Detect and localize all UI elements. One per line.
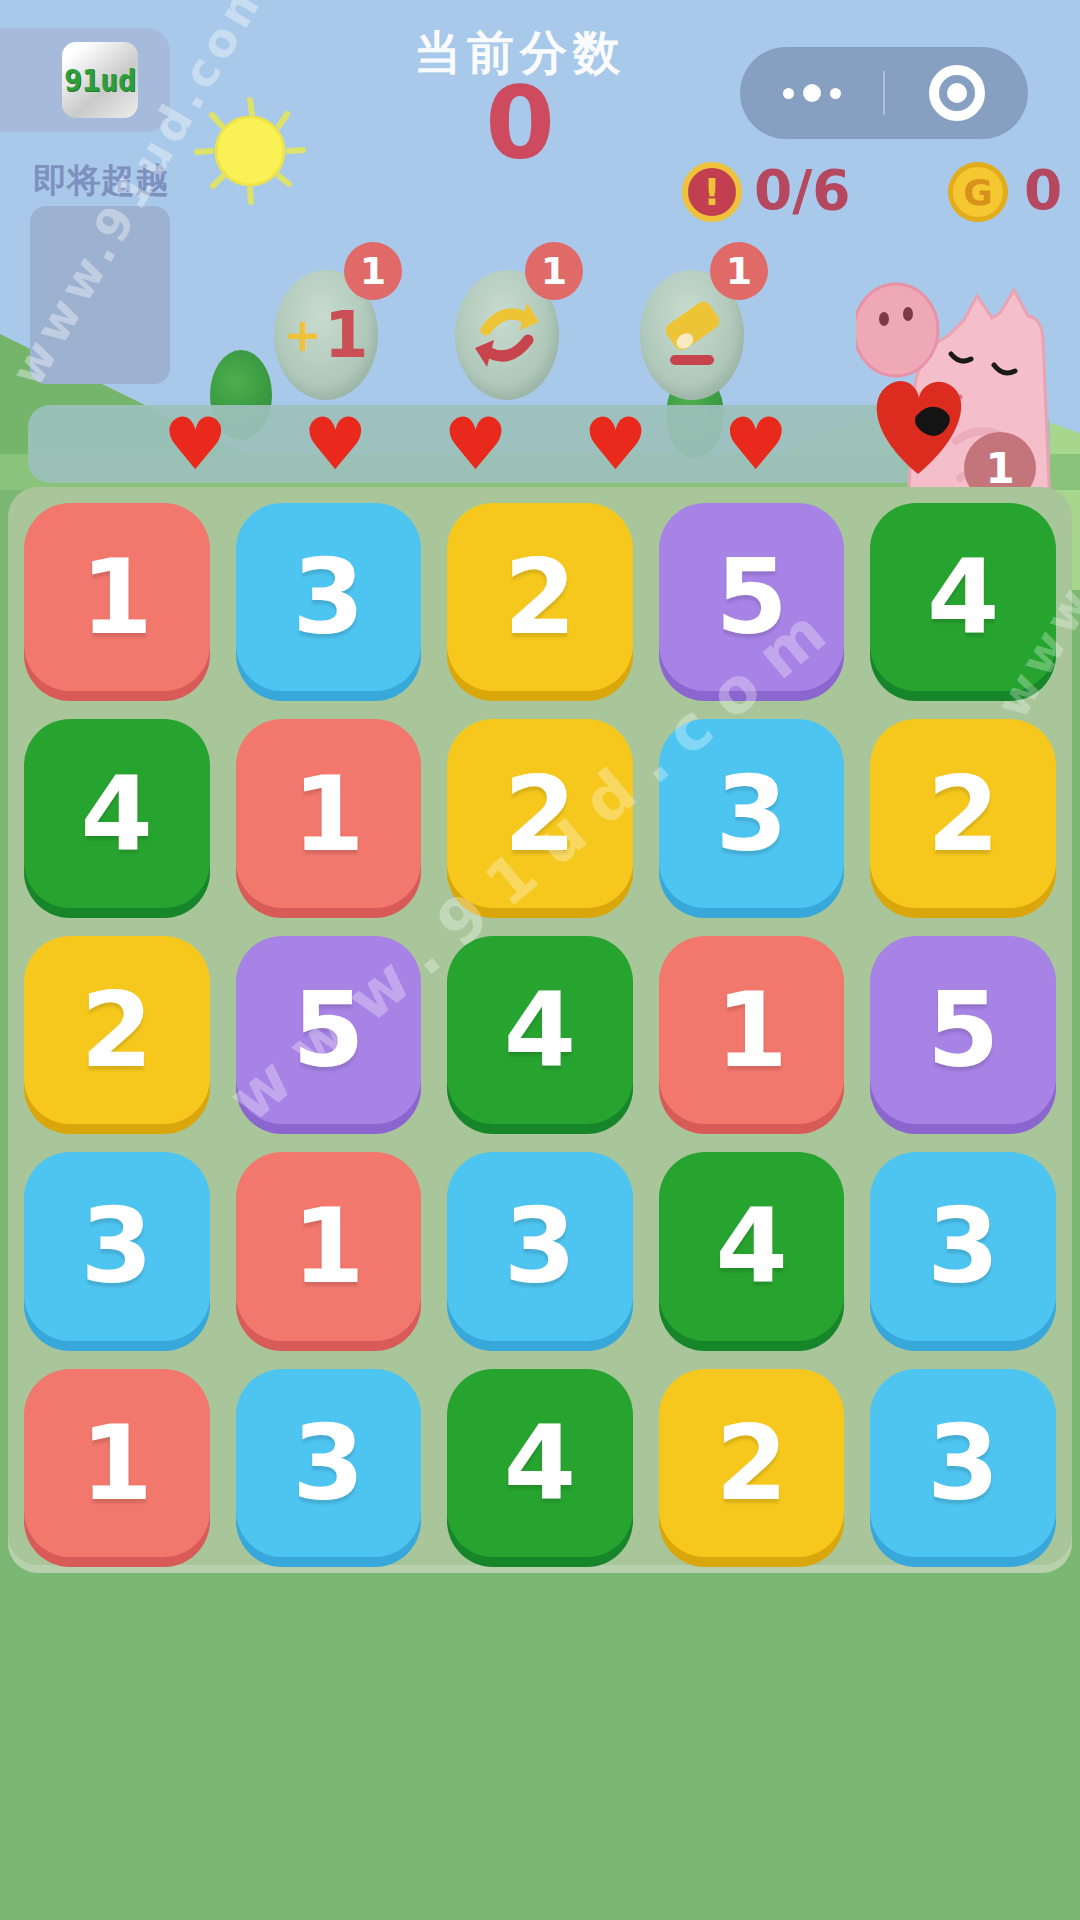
tile-r2c2[interactable]: 1	[236, 719, 422, 907]
powerup-count-badge: 1	[344, 242, 402, 300]
minigame-capsule	[740, 47, 1028, 139]
board-grid: 1325441232254153134313423	[24, 503, 1056, 1557]
tile-r4c2[interactable]: 1	[236, 1152, 422, 1340]
more-dots-icon[interactable]	[740, 47, 883, 139]
tile-r4c3[interactable]: 3	[447, 1152, 633, 1340]
tile-r1c5[interactable]: 4	[870, 503, 1056, 691]
tile-r4c1[interactable]: 3	[24, 1152, 210, 1340]
target-circle-icon[interactable]	[885, 47, 1028, 139]
eraser-icon	[656, 299, 728, 371]
tile-r3c5[interactable]: 5	[870, 936, 1056, 1124]
heart-icon: ♥	[163, 408, 228, 480]
heart-icon: ♥	[303, 408, 368, 480]
tile-r2c3[interactable]: 2	[447, 719, 633, 907]
next-player-avatar	[30, 206, 170, 384]
plus-glyph: +	[283, 308, 322, 362]
powerup-count-badge: 1	[710, 242, 768, 300]
exclamation-icon: !	[682, 162, 742, 222]
tile-r2c4[interactable]: 3	[659, 719, 845, 907]
tile-r5c4[interactable]: 2	[659, 1369, 845, 1557]
tile-r2c1[interactable]: 4	[24, 719, 210, 907]
heart-icon: ♥	[443, 408, 508, 480]
score-value: 0	[300, 74, 740, 174]
hearts-row: ♥♥♥♥♥	[163, 405, 788, 483]
one-glyph: 1	[324, 298, 369, 372]
eraser-powerup-button[interactable]: 1	[640, 270, 744, 400]
swap-powerup-button[interactable]: 1	[455, 270, 559, 400]
tile-r1c3[interactable]: 2	[447, 503, 633, 691]
tile-r5c5[interactable]: 3	[870, 1369, 1056, 1557]
tile-r1c2[interactable]: 3	[236, 503, 422, 691]
game-screen: 91ud 即将超越 当前分数 0 ! 0/6 G 0 + 1 1 1	[0, 0, 1080, 1920]
gold-coin-icon: G	[948, 162, 1008, 222]
level-progress: 0/6	[754, 160, 851, 220]
heart-icon: ♥	[583, 408, 648, 480]
board-panel: 1325441232254153134313423	[8, 487, 1072, 1573]
app-logo: 91ud	[62, 42, 138, 118]
tile-r1c1[interactable]: 1	[24, 503, 210, 691]
tile-r3c4[interactable]: 1	[659, 936, 845, 1124]
coin-count: 0	[1024, 160, 1062, 220]
tile-r1c4[interactable]: 5	[659, 503, 845, 691]
rank-hint-label: 即将超越	[26, 158, 176, 204]
tile-r4c4[interactable]: 4	[659, 1152, 845, 1340]
tile-r5c3[interactable]: 4	[447, 1369, 633, 1557]
tile-r5c1[interactable]: 1	[24, 1369, 210, 1557]
swap-arrows-icon	[471, 299, 543, 371]
powerup-count-badge: 1	[525, 242, 583, 300]
tile-r2c5[interactable]: 2	[870, 719, 1056, 907]
tile-r3c2[interactable]: 5	[236, 936, 422, 1124]
tile-r3c1[interactable]: 2	[24, 936, 210, 1124]
peppa-pig-heart-item[interactable]: 1	[856, 266, 1080, 508]
plus-one-powerup-button[interactable]: + 1 1	[274, 270, 378, 400]
sun-icon	[185, 88, 315, 218]
leaderboard-panel: 91ud	[0, 28, 170, 132]
tile-r5c2[interactable]: 3	[236, 1369, 422, 1557]
tile-r4c5[interactable]: 3	[870, 1152, 1056, 1340]
heart-icon: ♥	[723, 408, 788, 480]
tile-r3c3[interactable]: 4	[447, 936, 633, 1124]
